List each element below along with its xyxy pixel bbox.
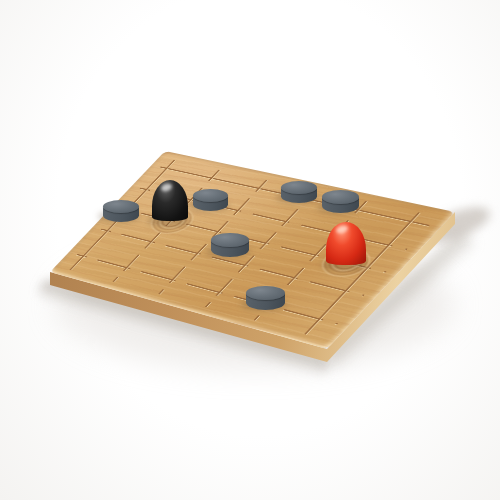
gray-disc-r3c1[interactable] — [103, 200, 139, 222]
disc-top-face — [322, 190, 359, 204]
gray-disc-r4c4[interactable] — [211, 233, 249, 257]
disc-top-face — [246, 286, 285, 300]
pawn-highlight-glint — [161, 182, 173, 192]
disc-top-face — [193, 189, 228, 202]
gray-disc-r5c5[interactable] — [246, 286, 285, 310]
game-board-surface[interactable] — [50, 151, 455, 349]
pawn-highlight-glint — [336, 224, 350, 234]
gray-disc-r1c4[interactable] — [281, 181, 317, 203]
gray-disc-r2c3[interactable] — [193, 189, 228, 211]
row-groove-r5 — [76, 254, 338, 325]
board-photo-scene — [0, 0, 500, 500]
gray-disc-r1c5[interactable] — [322, 190, 359, 213]
